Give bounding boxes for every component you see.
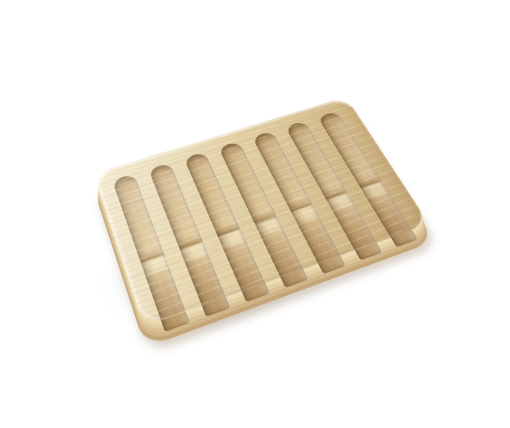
groove-layer xyxy=(94,97,430,327)
bamboo-soap-dish xyxy=(94,97,430,327)
photo-stage xyxy=(0,0,510,428)
